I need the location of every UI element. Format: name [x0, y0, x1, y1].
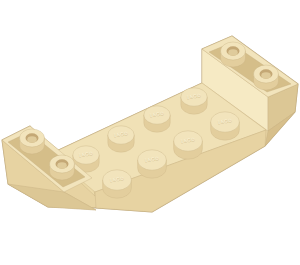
stud: LEGOLEGO	[138, 150, 167, 178]
stud: LEGOLEGO	[103, 170, 132, 198]
lego-brick-svg: 3D product render of a single tan LEGO e…	[0, 0, 300, 265]
stud: LEGOLEGO	[144, 106, 170, 132]
stud: LEGOLEGO	[211, 112, 240, 140]
stud-hole-floor	[261, 72, 271, 78]
lego-brick-render: 3D product render of a single tan LEGO e…	[0, 0, 300, 265]
stud-hole-floor	[27, 136, 37, 142]
hollow-stud	[50, 155, 75, 180]
stud: LEGOLEGO	[174, 131, 203, 159]
hollow-stud	[254, 65, 279, 90]
stud: LEGOLEGO	[108, 126, 134, 152]
stud: LEGOLEGO	[181, 88, 207, 114]
stud-hole-floor	[228, 49, 238, 55]
hollow-stud	[20, 129, 45, 154]
hollow-stud	[221, 42, 246, 67]
stud-hole-floor	[57, 162, 67, 168]
